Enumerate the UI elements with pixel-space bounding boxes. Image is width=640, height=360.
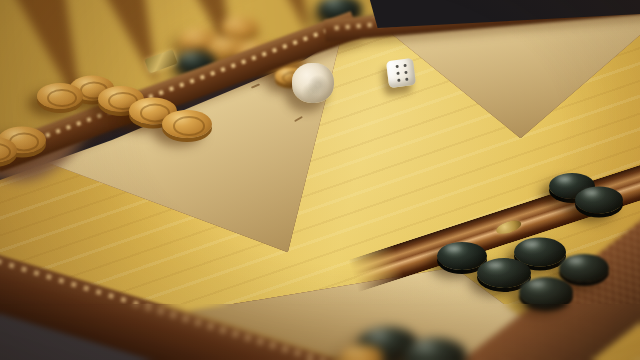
white-die-showing-six[interactable] bbox=[386, 58, 416, 88]
tan-checker[interactable] bbox=[37, 83, 83, 109]
die-pip bbox=[395, 65, 398, 68]
black-checker[interactable] bbox=[575, 187, 623, 214]
die-pip bbox=[405, 78, 408, 81]
die-pip bbox=[397, 79, 400, 82]
black-checker[interactable] bbox=[559, 254, 609, 282]
die-pip bbox=[403, 64, 406, 67]
die-pip bbox=[404, 71, 407, 74]
black-checker[interactable] bbox=[519, 277, 573, 307]
die-pip bbox=[396, 72, 399, 75]
tan-checker[interactable] bbox=[162, 110, 212, 138]
backgammon-photo-scene bbox=[0, 0, 640, 360]
foreground-focus-blur bbox=[0, 304, 640, 360]
marbled-die[interactable] bbox=[292, 63, 334, 103]
